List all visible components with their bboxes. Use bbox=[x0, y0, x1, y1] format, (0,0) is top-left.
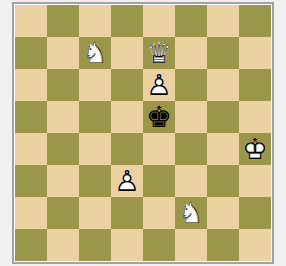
square-h3[interactable] bbox=[239, 165, 271, 197]
square-h8[interactable] bbox=[239, 5, 271, 37]
square-g4[interactable] bbox=[207, 133, 239, 165]
square-c6[interactable] bbox=[79, 69, 111, 101]
square-e6[interactable]: ♟♙ bbox=[143, 69, 175, 101]
square-g6[interactable] bbox=[207, 69, 239, 101]
square-e5[interactable]: ♚ bbox=[143, 101, 175, 133]
piece-white-knight-f2[interactable]: ♞♘ bbox=[175, 197, 207, 229]
square-b6[interactable] bbox=[47, 69, 79, 101]
square-f8[interactable] bbox=[175, 5, 207, 37]
square-c8[interactable] bbox=[79, 5, 111, 37]
square-a1[interactable] bbox=[15, 229, 47, 261]
board-frame: ♞♘♛♕♟♙♚♚♔♟♙♞♘ bbox=[12, 2, 274, 264]
square-d3[interactable]: ♟♙ bbox=[111, 165, 143, 197]
square-h1[interactable] bbox=[239, 229, 271, 261]
square-d1[interactable] bbox=[111, 229, 143, 261]
square-h4[interactable]: ♚♔ bbox=[239, 133, 271, 165]
square-f4[interactable] bbox=[175, 133, 207, 165]
square-b4[interactable] bbox=[47, 133, 79, 165]
piece-white-queen-e7[interactable]: ♛♕ bbox=[143, 37, 175, 69]
square-a6[interactable] bbox=[15, 69, 47, 101]
square-g1[interactable] bbox=[207, 229, 239, 261]
piece-white-knight-c7[interactable]: ♞♘ bbox=[79, 37, 111, 69]
square-c2[interactable] bbox=[79, 197, 111, 229]
square-f3[interactable] bbox=[175, 165, 207, 197]
piece-white-pawn-e6[interactable]: ♟♙ bbox=[143, 69, 175, 101]
square-d4[interactable] bbox=[111, 133, 143, 165]
square-d2[interactable] bbox=[111, 197, 143, 229]
square-f2[interactable]: ♞♘ bbox=[175, 197, 207, 229]
chess-board: ♞♘♛♕♟♙♚♚♔♟♙♞♘ bbox=[15, 5, 271, 261]
square-h2[interactable] bbox=[239, 197, 271, 229]
square-e2[interactable] bbox=[143, 197, 175, 229]
square-e8[interactable] bbox=[143, 5, 175, 37]
square-g3[interactable] bbox=[207, 165, 239, 197]
page-background: ♞♘♛♕♟♙♚♚♔♟♙♞♘ bbox=[0, 0, 286, 266]
square-d5[interactable] bbox=[111, 101, 143, 133]
square-a8[interactable] bbox=[15, 5, 47, 37]
square-d6[interactable] bbox=[111, 69, 143, 101]
square-c4[interactable] bbox=[79, 133, 111, 165]
square-c5[interactable] bbox=[79, 101, 111, 133]
square-c1[interactable] bbox=[79, 229, 111, 261]
square-b3[interactable] bbox=[47, 165, 79, 197]
square-c7[interactable]: ♞♘ bbox=[79, 37, 111, 69]
square-f5[interactable] bbox=[175, 101, 207, 133]
square-b1[interactable] bbox=[47, 229, 79, 261]
square-b8[interactable] bbox=[47, 5, 79, 37]
square-h7[interactable] bbox=[239, 37, 271, 69]
square-e3[interactable] bbox=[143, 165, 175, 197]
square-f6[interactable] bbox=[175, 69, 207, 101]
piece-white-pawn-d3[interactable]: ♟♙ bbox=[111, 165, 143, 197]
square-g7[interactable] bbox=[207, 37, 239, 69]
square-e1[interactable] bbox=[143, 229, 175, 261]
square-b2[interactable] bbox=[47, 197, 79, 229]
square-b7[interactable] bbox=[47, 37, 79, 69]
square-a7[interactable] bbox=[15, 37, 47, 69]
square-a4[interactable] bbox=[15, 133, 47, 165]
square-a3[interactable] bbox=[15, 165, 47, 197]
square-d7[interactable] bbox=[111, 37, 143, 69]
square-h5[interactable] bbox=[239, 101, 271, 133]
piece-black-king-e5[interactable]: ♚ bbox=[143, 101, 175, 133]
square-a5[interactable] bbox=[15, 101, 47, 133]
square-b5[interactable] bbox=[47, 101, 79, 133]
square-c3[interactable] bbox=[79, 165, 111, 197]
square-g5[interactable] bbox=[207, 101, 239, 133]
square-f1[interactable] bbox=[175, 229, 207, 261]
square-e4[interactable] bbox=[143, 133, 175, 165]
square-d8[interactable] bbox=[111, 5, 143, 37]
square-g8[interactable] bbox=[207, 5, 239, 37]
square-e7[interactable]: ♛♕ bbox=[143, 37, 175, 69]
square-a2[interactable] bbox=[15, 197, 47, 229]
piece-white-king-h4[interactable]: ♚♔ bbox=[239, 133, 271, 165]
square-f7[interactable] bbox=[175, 37, 207, 69]
square-g2[interactable] bbox=[207, 197, 239, 229]
square-h6[interactable] bbox=[239, 69, 271, 101]
